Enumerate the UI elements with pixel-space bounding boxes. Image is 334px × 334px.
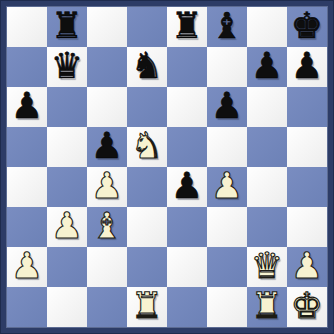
piece-white-pawn-b3[interactable]: ♟ (47, 207, 87, 247)
square-h8[interactable]: ♚ (287, 7, 327, 47)
square-c8[interactable] (87, 7, 127, 47)
square-a7[interactable] (7, 47, 47, 87)
square-a5[interactable] (7, 127, 47, 167)
square-f4[interactable]: ♟ (207, 167, 247, 207)
square-f8[interactable]: ♝ (207, 7, 247, 47)
square-c1[interactable] (87, 287, 127, 327)
square-g8[interactable] (247, 7, 287, 47)
piece-white-pawn-c4[interactable]: ♟ (87, 167, 127, 207)
square-b3[interactable]: ♟ (47, 207, 87, 247)
square-b4[interactable] (47, 167, 87, 207)
square-g4[interactable] (247, 167, 287, 207)
square-e3[interactable] (167, 207, 207, 247)
square-e8[interactable]: ♜ (167, 7, 207, 47)
square-h5[interactable] (287, 127, 327, 167)
piece-black-pawn-e4[interactable]: ♟ (167, 167, 207, 207)
piece-black-knight-d7[interactable]: ♞ (127, 47, 167, 87)
square-g5[interactable] (247, 127, 287, 167)
piece-black-pawn-f6[interactable]: ♟ (207, 87, 247, 127)
square-a3[interactable] (7, 207, 47, 247)
square-d2[interactable] (127, 247, 167, 287)
square-d4[interactable] (127, 167, 167, 207)
square-h1[interactable]: ♚ (287, 287, 327, 327)
square-a6[interactable]: ♟ (7, 87, 47, 127)
square-e1[interactable] (167, 287, 207, 327)
piece-white-bishop-c3[interactable]: ♝ (87, 207, 127, 247)
square-e5[interactable] (167, 127, 207, 167)
piece-black-pawn-h7[interactable]: ♟ (287, 47, 327, 87)
square-d3[interactable] (127, 207, 167, 247)
chess-board-frame: ♜♜♝♚♛♞♟♟♟♟♟♞♟♟♟♟♝♟♛♟♜♜♚ (0, 0, 334, 334)
square-b1[interactable] (47, 287, 87, 327)
square-e2[interactable] (167, 247, 207, 287)
piece-white-rook-d1[interactable]: ♜ (127, 287, 167, 327)
square-a2[interactable]: ♟ (7, 247, 47, 287)
square-g2[interactable]: ♛ (247, 247, 287, 287)
square-d7[interactable]: ♞ (127, 47, 167, 87)
square-c2[interactable] (87, 247, 127, 287)
square-b8[interactable]: ♜ (47, 7, 87, 47)
piece-black-king-h8[interactable]: ♚ (287, 7, 327, 47)
square-d8[interactable] (127, 7, 167, 47)
square-g6[interactable] (247, 87, 287, 127)
square-d6[interactable] (127, 87, 167, 127)
piece-white-king-h1[interactable]: ♚ (287, 287, 327, 327)
square-e6[interactable] (167, 87, 207, 127)
square-c4[interactable]: ♟ (87, 167, 127, 207)
piece-black-pawn-c5[interactable]: ♟ (87, 127, 127, 167)
square-f7[interactable] (207, 47, 247, 87)
piece-black-pawn-g7[interactable]: ♟ (247, 47, 287, 87)
square-h6[interactable] (287, 87, 327, 127)
square-h3[interactable] (287, 207, 327, 247)
square-a4[interactable] (7, 167, 47, 207)
square-c5[interactable]: ♟ (87, 127, 127, 167)
square-h7[interactable]: ♟ (287, 47, 327, 87)
piece-black-bishop-f8[interactable]: ♝ (207, 7, 247, 47)
square-h2[interactable]: ♟ (287, 247, 327, 287)
piece-white-knight-d5[interactable]: ♞ (127, 127, 167, 167)
square-e7[interactable] (167, 47, 207, 87)
square-f6[interactable]: ♟ (207, 87, 247, 127)
square-e4[interactable]: ♟ (167, 167, 207, 207)
square-f5[interactable] (207, 127, 247, 167)
square-d5[interactable]: ♞ (127, 127, 167, 167)
square-c7[interactable] (87, 47, 127, 87)
square-b6[interactable] (47, 87, 87, 127)
square-b2[interactable] (47, 247, 87, 287)
square-h4[interactable] (287, 167, 327, 207)
piece-black-pawn-a6[interactable]: ♟ (7, 87, 47, 127)
square-f1[interactable] (207, 287, 247, 327)
piece-black-rook-e8[interactable]: ♜ (167, 7, 207, 47)
piece-black-rook-b8[interactable]: ♜ (47, 7, 87, 47)
square-a1[interactable] (7, 287, 47, 327)
square-g1[interactable]: ♜ (247, 287, 287, 327)
piece-black-queen-b7[interactable]: ♛ (47, 47, 87, 87)
square-c6[interactable] (87, 87, 127, 127)
square-c3[interactable]: ♝ (87, 207, 127, 247)
square-g7[interactable]: ♟ (247, 47, 287, 87)
piece-white-rook-g1[interactable]: ♜ (247, 287, 287, 327)
chess-board: ♜♜♝♚♛♞♟♟♟♟♟♞♟♟♟♟♝♟♛♟♜♜♚ (7, 7, 327, 327)
square-a8[interactable] (7, 7, 47, 47)
square-g3[interactable] (247, 207, 287, 247)
square-f2[interactable] (207, 247, 247, 287)
square-f3[interactable] (207, 207, 247, 247)
piece-white-pawn-a2[interactable]: ♟ (7, 247, 47, 287)
piece-white-pawn-f4[interactable]: ♟ (207, 167, 247, 207)
square-b5[interactable] (47, 127, 87, 167)
square-b7[interactable]: ♛ (47, 47, 87, 87)
piece-white-queen-g2[interactable]: ♛ (247, 247, 287, 287)
piece-white-pawn-h2[interactable]: ♟ (287, 247, 327, 287)
square-d1[interactable]: ♜ (127, 287, 167, 327)
